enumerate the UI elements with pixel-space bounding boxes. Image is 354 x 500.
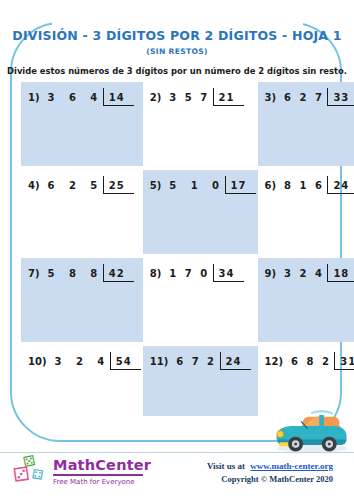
problem-11: 11) 6 7 2 24 [143,346,258,416]
problem-number: 4) [28,180,40,191]
dividend: 1 7 0 [169,268,209,279]
divisor-bracket: 34 [213,264,244,282]
problem-number: 12) [265,356,284,367]
website-link[interactable]: www.math-center.org [250,461,333,471]
brand-name: MathCenter [53,457,151,473]
dividend: 3 2 4 [55,356,107,367]
problem-number: 10) [28,356,47,367]
problem-3: 3) 6 2 7 33 [258,82,354,166]
visit-us-text: Visit us at [207,461,245,471]
problem-number: 11) [150,356,169,367]
die-icon: ⚃ [31,467,44,482]
dividend: 6 2 5 [48,180,100,191]
problem-number: 9) [265,268,277,279]
problem-6: 6) 8 1 6 24 [258,170,354,254]
problem-7: 7) 5 8 8 42 [21,258,143,342]
problem-8: 8) 1 7 0 34 [143,258,258,342]
problem-number: 5) [150,180,162,191]
instructions-text: Divide estos números de 3 dígitos por un… [0,66,354,76]
divisor-bracket: 42 [103,264,134,282]
problem-5: 5) 5 1 0 17 [143,170,258,254]
problem-1: 1) 3 6 4 14 [21,82,143,166]
divisor-bracket: 24 [327,176,354,194]
problem-number: 7) [28,268,40,279]
brand-tagline: Free Math for Everyone [53,478,151,486]
divisor-bracket: 17 [225,176,256,194]
dividend: 5 8 8 [48,268,100,279]
divisor-bracket: 54 [110,352,141,370]
problem-number: 1) [28,92,40,103]
problem-10: 10) 3 2 4 54 [21,346,143,416]
divisor-bracket: 25 [103,176,134,194]
divisor-bracket: 24 [220,352,251,370]
die-icon: ⚂ [12,464,31,485]
footer-links: Visit us at www.math-center.org Copyrigh… [207,461,333,484]
dividend: 6 2 7 [284,92,324,103]
problem-9: 9) 3 2 4 18 [258,258,354,342]
page-title: DIVISIÓN - 3 DÍGITOS POR 2 DÍGITOS - HOJ… [0,28,354,43]
brand-block: MathCenter Free Math for Everyone [53,457,151,486]
divisor-bracket: 14 [103,88,134,106]
dividend: 3 6 4 [48,92,100,103]
divisor-bracket: 18 [327,264,354,282]
dividend: 8 1 6 [284,180,324,191]
mathcenter-logo: ⚄ ⚂ ⚃ MathCenter Free Math for Everyone [12,453,192,497]
problems-grid: 1) 3 6 4 14 2) 3 5 7 21 3) 6 2 7 33 4) 6… [21,82,338,416]
brand-underline [53,474,143,476]
divisor-bracket: 21 [213,88,244,106]
car-illustration [271,395,353,455]
page-subtitle: (SIN RESTOS) [0,47,354,56]
dividend: 6 7 2 [176,356,216,367]
dividend: 6 8 2 [291,356,331,367]
problem-number: 2) [150,92,162,103]
problem-2: 2) 3 5 7 21 [143,82,258,166]
problem-number: 8) [150,268,162,279]
problem-4: 4) 6 2 5 25 [21,170,143,254]
dividend: 3 2 4 [284,268,324,279]
divisor-bracket: 31 [334,352,354,370]
copyright-text: Copyright © MathCenter 2020 [207,474,333,484]
dividend: 5 1 0 [169,180,221,191]
divisor-bracket: 33 [327,88,354,106]
problem-number: 3) [265,92,277,103]
problem-number: 6) [265,180,277,191]
dividend: 3 5 7 [169,92,209,103]
dice-logo-icon: ⚄ ⚂ ⚃ [12,453,50,497]
